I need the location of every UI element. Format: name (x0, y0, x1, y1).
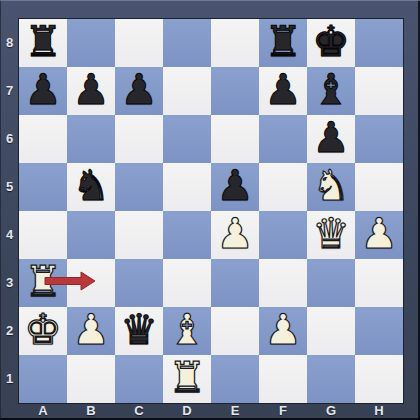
square-g8[interactable]: ♚ (307, 19, 355, 67)
square-g7[interactable]: ♝ (307, 67, 355, 115)
piece-white-pawn-e4[interactable]: ♟ (211, 211, 259, 259)
square-h6[interactable] (355, 115, 403, 163)
square-c2[interactable]: ♛ (115, 307, 163, 355)
square-g3[interactable] (307, 259, 355, 307)
square-c3[interactable] (115, 259, 163, 307)
square-g4[interactable]: ♛ (307, 211, 355, 259)
square-e4[interactable]: ♟ (211, 211, 259, 259)
square-g2[interactable] (307, 307, 355, 355)
file-label-B: B (67, 402, 115, 420)
chess-board[interactable]: ♜♜♚♟♟♟♟♝♟♞♟♞♟♛♟♜♚♟♛♝♟♜ (19, 19, 403, 403)
piece-black-pawn-g6[interactable]: ♟ (307, 115, 355, 163)
square-h2[interactable] (355, 307, 403, 355)
square-c4[interactable] (115, 211, 163, 259)
square-b1[interactable] (67, 355, 115, 403)
file-label-C: C (115, 402, 163, 420)
square-h1[interactable] (355, 355, 403, 403)
piece-black-pawn-c7[interactable]: ♟ (115, 67, 163, 115)
piece-black-pawn-a7[interactable]: ♟ (19, 67, 67, 115)
rank-label-8: 8 (0, 19, 19, 67)
file-label-G: G (307, 402, 355, 420)
square-h3[interactable] (355, 259, 403, 307)
square-c1[interactable] (115, 355, 163, 403)
square-f5[interactable] (259, 163, 307, 211)
square-g1[interactable] (307, 355, 355, 403)
square-c7[interactable]: ♟ (115, 67, 163, 115)
square-a2[interactable]: ♚ (19, 307, 67, 355)
square-d7[interactable] (163, 67, 211, 115)
square-a5[interactable] (19, 163, 67, 211)
square-b3[interactable] (67, 259, 115, 307)
square-e5[interactable]: ♟ (211, 163, 259, 211)
square-b2[interactable]: ♟ (67, 307, 115, 355)
square-a8[interactable]: ♜ (19, 19, 67, 67)
square-b8[interactable] (67, 19, 115, 67)
square-f7[interactable]: ♟ (259, 67, 307, 115)
piece-black-bishop-g7[interactable]: ♝ (307, 67, 355, 115)
file-label-F: F (259, 402, 307, 420)
square-a3[interactable]: ♜ (19, 259, 67, 307)
square-b6[interactable] (67, 115, 115, 163)
square-f1[interactable] (259, 355, 307, 403)
square-d6[interactable] (163, 115, 211, 163)
square-e3[interactable] (211, 259, 259, 307)
rank-label-6: 6 (0, 115, 19, 163)
piece-white-pawn-f2[interactable]: ♟ (259, 307, 307, 355)
square-e2[interactable] (211, 307, 259, 355)
rank-label-2: 2 (0, 307, 19, 355)
piece-black-queen-c2[interactable]: ♛ (115, 307, 163, 355)
square-d4[interactable] (163, 211, 211, 259)
file-label-E: E (211, 402, 259, 420)
rank-label-3: 3 (0, 259, 19, 307)
square-f2[interactable]: ♟ (259, 307, 307, 355)
piece-black-pawn-b7[interactable]: ♟ (67, 67, 115, 115)
square-c6[interactable] (115, 115, 163, 163)
square-a7[interactable]: ♟ (19, 67, 67, 115)
piece-black-rook-a8[interactable]: ♜ (19, 19, 67, 67)
rank-label-5: 5 (0, 163, 19, 211)
square-f8[interactable]: ♜ (259, 19, 307, 67)
chess-app-window: ♜♜♚♟♟♟♟♝♟♞♟♞♟♛♟♜♚♟♛♝♟♜ 87654321 ABCDEFGH (0, 0, 420, 420)
piece-white-rook-a3[interactable]: ♜ (19, 259, 67, 307)
square-c8[interactable] (115, 19, 163, 67)
square-d5[interactable] (163, 163, 211, 211)
piece-white-knight-g5[interactable]: ♞ (307, 163, 355, 211)
piece-white-king-a2[interactable]: ♚ (19, 307, 67, 355)
square-d2[interactable]: ♝ (163, 307, 211, 355)
square-f4[interactable] (259, 211, 307, 259)
rank-label-4: 4 (0, 211, 19, 259)
square-e7[interactable] (211, 67, 259, 115)
rank-label-1: 1 (0, 355, 19, 403)
file-label-D: D (163, 402, 211, 420)
square-d1[interactable]: ♜ (163, 355, 211, 403)
square-e1[interactable] (211, 355, 259, 403)
square-e8[interactable] (211, 19, 259, 67)
square-h7[interactable] (355, 67, 403, 115)
piece-black-rook-f8[interactable]: ♜ (259, 19, 307, 67)
square-e6[interactable] (211, 115, 259, 163)
square-h8[interactable] (355, 19, 403, 67)
square-h5[interactable] (355, 163, 403, 211)
piece-white-pawn-h4[interactable]: ♟ (355, 211, 403, 259)
file-label-H: H (355, 402, 403, 420)
piece-white-pawn-b2[interactable]: ♟ (67, 307, 115, 355)
square-a6[interactable] (19, 115, 67, 163)
file-label-A: A (19, 402, 67, 420)
square-f3[interactable] (259, 259, 307, 307)
square-d8[interactable] (163, 19, 211, 67)
square-a1[interactable] (19, 355, 67, 403)
piece-black-knight-b5[interactable]: ♞ (67, 163, 115, 211)
rank-label-7: 7 (0, 67, 19, 115)
square-b5[interactable]: ♞ (67, 163, 115, 211)
square-b4[interactable] (67, 211, 115, 259)
square-f6[interactable] (259, 115, 307, 163)
square-g6[interactable]: ♟ (307, 115, 355, 163)
square-a4[interactable] (19, 211, 67, 259)
square-g5[interactable]: ♞ (307, 163, 355, 211)
square-h4[interactable]: ♟ (355, 211, 403, 259)
piece-white-rook-d1[interactable]: ♜ (163, 355, 211, 403)
square-c5[interactable] (115, 163, 163, 211)
piece-black-pawn-e5[interactable]: ♟ (211, 163, 259, 211)
piece-white-bishop-d2[interactable]: ♝ (163, 307, 211, 355)
piece-white-queen-g4[interactable]: ♛ (307, 211, 355, 259)
square-d3[interactable] (163, 259, 211, 307)
square-b7[interactable]: ♟ (67, 67, 115, 115)
piece-black-king-g8[interactable]: ♚ (307, 19, 355, 67)
piece-black-pawn-f7[interactable]: ♟ (259, 67, 307, 115)
